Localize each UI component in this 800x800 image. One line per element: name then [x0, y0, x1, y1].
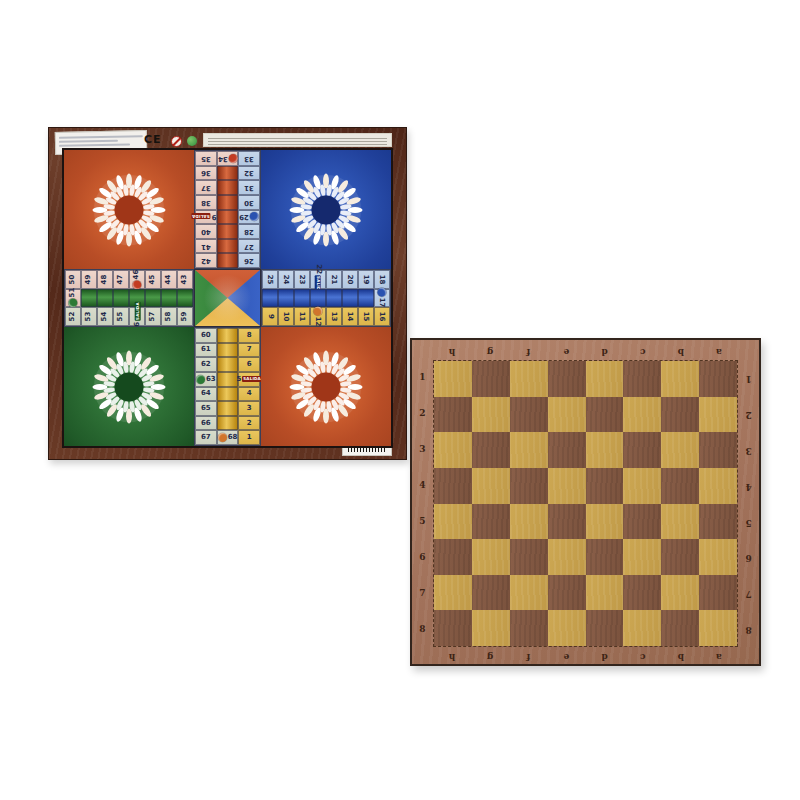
- parchis-home-cell[interactable]: [262, 289, 278, 308]
- cell-number: 3: [247, 405, 252, 412]
- parchis-home-cell[interactable]: [294, 289, 310, 308]
- parchis-home-cell[interactable]: [326, 289, 342, 308]
- cell-number: 48: [102, 274, 109, 284]
- green-dot-icon: [187, 136, 197, 146]
- file-label: h: [433, 649, 471, 661]
- chess-square-a6[interactable]: [699, 539, 737, 575]
- cell-number: 11: [299, 312, 306, 322]
- parchis-home-cell[interactable]: [113, 289, 129, 308]
- cell-number: 5: [236, 376, 241, 383]
- parchis-home-cell[interactable]: [177, 289, 193, 308]
- cell-number: 33: [244, 155, 254, 162]
- parchis-cell-28[interactable]: 28: [238, 224, 260, 239]
- cell-number: 38: [201, 199, 211, 206]
- parchis-cell-6[interactable]: 6: [238, 357, 260, 372]
- parchis-cell-67[interactable]: 67: [195, 430, 217, 445]
- chess-square-b5[interactable]: [661, 504, 699, 540]
- safe-circle: [378, 288, 387, 297]
- parchis-home-cell[interactable]: [342, 289, 358, 308]
- cell-number: 10: [283, 312, 290, 322]
- parchis-cell-2[interactable]: 2: [238, 416, 260, 431]
- parchis-cell-4[interactable]: 4: [238, 387, 260, 402]
- chess-square-a3[interactable]: [699, 432, 737, 468]
- parchis-home-cell[interactable]: [81, 289, 97, 308]
- chess-square-d4[interactable]: [586, 468, 624, 504]
- chess-square-b1[interactable]: [661, 361, 699, 397]
- parchis-cell-57[interactable]: 57: [145, 307, 161, 326]
- parchis-cell-12[interactable]: 12: [310, 307, 326, 326]
- salida-label: SALIDA: [191, 214, 211, 220]
- cell-number: 61: [201, 346, 211, 353]
- parchis-cell-16[interactable]: 16: [374, 307, 390, 326]
- cell-number: 42: [201, 257, 211, 264]
- safe-circle: [228, 154, 237, 163]
- cell-number: 41: [201, 243, 211, 250]
- cell-number: 13: [331, 312, 338, 322]
- chess-square-c5[interactable]: [623, 504, 661, 540]
- chess-square-b4[interactable]: [661, 468, 699, 504]
- chess-square-a1[interactable]: [699, 361, 737, 397]
- cell-number: 36: [201, 169, 211, 176]
- parchis-cell-44[interactable]: 44: [161, 270, 177, 289]
- file-label: g: [471, 344, 509, 356]
- chess-square-h5[interactable]: [434, 504, 472, 540]
- rank-label: 2: [417, 396, 428, 432]
- file-labels-top: abcdefgh: [433, 344, 738, 356]
- cell-number: 37: [201, 184, 211, 191]
- cell-number: 53: [86, 312, 93, 322]
- rank-label: 5: [417, 504, 428, 540]
- chess-square-c3[interactable]: [623, 432, 661, 468]
- parchis-cell-63[interactable]: 63: [195, 372, 217, 387]
- cell-number: 55: [118, 312, 125, 322]
- parchis-cell-47[interactable]: 47: [113, 270, 129, 289]
- chess-square-c2[interactable]: [623, 397, 661, 433]
- chess-square-a8[interactable]: [699, 610, 737, 646]
- chess-square-a5[interactable]: [699, 504, 737, 540]
- file-label: e: [547, 344, 585, 356]
- parchis-home-cell[interactable]: [217, 387, 239, 402]
- chess-square-b3[interactable]: [661, 432, 699, 468]
- cell-number: 21: [331, 274, 338, 284]
- chess-square-g2[interactable]: [472, 397, 510, 433]
- cell-number: 66: [201, 420, 211, 427]
- parchis-home-cell[interactable]: [278, 289, 294, 308]
- cell-number: 46: [134, 269, 141, 279]
- quadrant-top-right: [261, 150, 391, 269]
- arm-bottom: 608617626635SALIDA64465366267681: [194, 327, 261, 446]
- cell-number: 40: [201, 228, 211, 235]
- file-label: f: [509, 649, 547, 661]
- parchis-cell-22[interactable]: 22SALIDA: [310, 270, 326, 289]
- chess-square-d6[interactable]: [586, 539, 624, 575]
- cell-number: 6: [247, 361, 252, 368]
- chess-square-g8[interactable]: [472, 610, 510, 646]
- parchis-home-cell[interactable]: [358, 289, 374, 308]
- parchis-home-cell[interactable]: [97, 289, 113, 308]
- chess-square-f2[interactable]: [510, 397, 548, 433]
- cell-number: 24: [283, 274, 290, 284]
- rank-label: 5: [743, 504, 754, 540]
- file-label: d: [586, 649, 624, 661]
- salida-label: SALIDA: [134, 301, 140, 321]
- cell-number: 30: [244, 199, 254, 206]
- cell-number: 14: [347, 312, 354, 322]
- parchis-cell-24[interactable]: 24: [278, 270, 294, 289]
- rank-labels-right: 12345678: [743, 360, 754, 647]
- cell-number: 12: [315, 317, 322, 327]
- chess-square-f3[interactable]: [510, 432, 548, 468]
- chess-square-f4[interactable]: [510, 468, 548, 504]
- parchis-cell-59[interactable]: 59: [177, 307, 193, 326]
- rank-labels-left: 12345678: [417, 360, 428, 647]
- quadrant-bottom-right: [261, 327, 391, 446]
- center-triangle-yellow: [195, 270, 260, 326]
- chess-square-c1[interactable]: [623, 361, 661, 397]
- quadrant-bottom-left: [64, 327, 194, 446]
- chess-square-c4[interactable]: [623, 468, 661, 504]
- parchis-cell-5[interactable]: 5SALIDA: [238, 372, 260, 387]
- parchis-cell-65[interactable]: 65: [195, 401, 217, 416]
- parchis-center-home: [194, 269, 261, 327]
- parchis-cell-51[interactable]: 51: [65, 289, 81, 308]
- file-label: a: [700, 649, 738, 661]
- chess-square-d5[interactable]: [586, 504, 624, 540]
- rank-label: 3: [743, 432, 754, 468]
- parchis-cell-20[interactable]: 20: [342, 270, 358, 289]
- safe-circle: [218, 433, 227, 442]
- parchis-home-cell[interactable]: [145, 289, 161, 308]
- parchis-home-cell[interactable]: [217, 166, 239, 181]
- chess-square-d3[interactable]: [586, 432, 624, 468]
- file-label: h: [433, 344, 471, 356]
- chess-square-a7[interactable]: [699, 575, 737, 611]
- parchis-home-cell[interactable]: [217, 357, 239, 372]
- cell-number: 45: [150, 274, 157, 284]
- parchis-cell-39[interactable]: 39SALIDA: [195, 210, 217, 225]
- center-triangle-red: [195, 270, 260, 326]
- chess-square-e2[interactable]: [548, 397, 586, 433]
- parchis-cell-58[interactable]: 58: [161, 307, 177, 326]
- chess-square-d1[interactable]: [586, 361, 624, 397]
- rank-label: 6: [743, 539, 754, 575]
- chess-square-b8[interactable]: [661, 610, 699, 646]
- chess-square-h1[interactable]: [434, 361, 472, 397]
- rank-label: 7: [743, 575, 754, 611]
- center-triangle-blue: [195, 270, 260, 326]
- parchis-cell-10[interactable]: 10: [278, 307, 294, 326]
- cell-number: 19: [363, 274, 370, 284]
- parchis-home-cell[interactable]: [161, 289, 177, 308]
- file-label: c: [624, 649, 662, 661]
- parchis-board: CE 35343336323731383039SALIDA29402841274…: [48, 127, 407, 460]
- chess-square-g1[interactable]: [472, 361, 510, 397]
- chess-board: abcdefgh abcdefgh 12345678 12345678: [410, 338, 761, 666]
- cell-number: 44: [166, 274, 173, 284]
- chess-square-h4[interactable]: [434, 468, 472, 504]
- cell-number: 50: [70, 274, 77, 284]
- chess-square-f6[interactable]: [510, 539, 548, 575]
- parchis-home-cell[interactable]: [217, 372, 239, 387]
- chess-square-h7[interactable]: [434, 575, 472, 611]
- parchis-cell-35[interactable]: 35: [195, 151, 217, 166]
- chess-square-b6[interactable]: [661, 539, 699, 575]
- chess-square-e8[interactable]: [548, 610, 586, 646]
- chess-square-e6[interactable]: [548, 539, 586, 575]
- rank-label: 8: [743, 611, 754, 647]
- chess-square-f8[interactable]: [510, 610, 548, 646]
- arm-right: 25242322SALIDA2120191817910111213141516: [261, 269, 391, 327]
- chess-square-d8[interactable]: [586, 610, 624, 646]
- chess-square-h6[interactable]: [434, 539, 472, 575]
- parchis-cell-19[interactable]: 19: [358, 270, 374, 289]
- parchis-cell-3[interactable]: 3: [238, 401, 260, 416]
- chess-square-c7[interactable]: [623, 575, 661, 611]
- cell-number: 16: [379, 312, 386, 322]
- parchis-cell-42[interactable]: 42: [195, 253, 217, 268]
- parchis-cell-29[interactable]: 29: [238, 210, 260, 225]
- cell-number: 64: [201, 390, 211, 397]
- parchis-cell-11[interactable]: 11: [294, 307, 310, 326]
- cell-number: 47: [118, 274, 125, 284]
- cell-number: 4: [247, 390, 252, 397]
- parchis-cell-32[interactable]: 32: [238, 166, 260, 181]
- parchis-cell-40[interactable]: 40: [195, 224, 217, 239]
- cell-number: 62: [201, 361, 211, 368]
- parchis-home-cell[interactable]: [217, 343, 239, 358]
- chess-square-a2[interactable]: [699, 397, 737, 433]
- cell-number: 7: [247, 346, 252, 353]
- chess-square-e5[interactable]: [548, 504, 586, 540]
- cell-number: 32: [244, 169, 254, 176]
- parchis-cell-52[interactable]: 52: [65, 307, 81, 326]
- cell-number: 58: [166, 312, 173, 322]
- mandala-icon: [83, 166, 175, 254]
- cell-number: 35: [201, 155, 211, 162]
- parchis-cell-64[interactable]: 64: [195, 387, 217, 402]
- rank-label: 4: [417, 468, 428, 504]
- file-labels-bottom: abcdefgh: [433, 649, 738, 661]
- cell-number: 65: [201, 405, 211, 412]
- chess-square-g7[interactable]: [472, 575, 510, 611]
- parchis-cell-14[interactable]: 14: [342, 307, 358, 326]
- cell-number: 20: [347, 274, 354, 284]
- cell-number: 18: [379, 274, 386, 284]
- file-label: g: [471, 649, 509, 661]
- cell-number: 34: [218, 155, 228, 162]
- file-label: e: [547, 649, 585, 661]
- parchis-cell-50[interactable]: 50: [65, 270, 81, 289]
- parchis-cell-43[interactable]: 43: [177, 270, 193, 289]
- file-label: f: [509, 344, 547, 356]
- cell-number: 60: [201, 332, 211, 339]
- safe-circle: [314, 307, 323, 316]
- parchis-cell-49[interactable]: 49: [81, 270, 97, 289]
- parchis-cell-25[interactable]: 25: [262, 270, 278, 289]
- mandala-icon: [280, 343, 372, 431]
- parchis-cell-48[interactable]: 48: [97, 270, 113, 289]
- parchis-cell-21[interactable]: 21: [326, 270, 342, 289]
- parchis-cell-68[interactable]: 68: [217, 430, 239, 445]
- cell-number: 2: [247, 420, 252, 427]
- cell-number: 29: [239, 213, 249, 220]
- center-triangle-green: [195, 270, 260, 326]
- parchis-cell-1[interactable]: 1: [238, 430, 260, 445]
- parchis-home-cell[interactable]: [217, 210, 239, 225]
- parchis-home-cell[interactable]: [217, 239, 239, 254]
- parchis-cell-33[interactable]: 33: [238, 151, 260, 166]
- parchis-cell-23[interactable]: 23: [294, 270, 310, 289]
- parchis-cell-46[interactable]: 46: [129, 270, 145, 289]
- parchis-cell-26[interactable]: 26: [238, 253, 260, 268]
- cell-number: 43: [182, 274, 189, 284]
- cell-number: 9: [267, 314, 274, 319]
- rank-label: 2: [743, 396, 754, 432]
- parchis-cell-31[interactable]: 31: [238, 180, 260, 195]
- cell-number: 51: [70, 288, 77, 298]
- chess-playfield: [433, 360, 738, 647]
- chess-square-b7[interactable]: [661, 575, 699, 611]
- parchis-cell-27[interactable]: 27: [238, 239, 260, 254]
- cell-number: 15: [363, 312, 370, 322]
- parchis-cell-61[interactable]: 61: [195, 343, 217, 358]
- parchis-home-cell[interactable]: [217, 195, 239, 210]
- quadrant-top-left: [64, 150, 194, 269]
- file-label: b: [662, 344, 700, 356]
- chess-square-f7[interactable]: [510, 575, 548, 611]
- arm-left: 5049484746454443515253545556SALIDA575859: [64, 269, 194, 327]
- chess-square-e3[interactable]: [548, 432, 586, 468]
- parchis-cell-38[interactable]: 38: [195, 195, 217, 210]
- cell-number: 1: [247, 434, 252, 441]
- chess-square-d7[interactable]: [586, 575, 624, 611]
- parchis-playfield: 35343336323731383039SALIDA29402841274226…: [62, 148, 393, 448]
- file-label: c: [624, 344, 662, 356]
- parchis-cell-62[interactable]: 62: [195, 357, 217, 372]
- cell-number: 8: [247, 332, 252, 339]
- chess-square-f1[interactable]: [510, 361, 548, 397]
- file-label: b: [662, 649, 700, 661]
- chess-square-c6[interactable]: [623, 539, 661, 575]
- rank-label: 1: [743, 360, 754, 396]
- parchis-home-cell[interactable]: [217, 416, 239, 431]
- cell-number: 49: [86, 274, 93, 284]
- parchis-cell-17[interactable]: 17: [374, 289, 390, 308]
- ce-mark: CE: [144, 133, 162, 146]
- parchis-cell-13[interactable]: 13: [326, 307, 342, 326]
- cell-number: 28: [244, 228, 254, 235]
- rank-label: 4: [743, 468, 754, 504]
- chess-square-e7[interactable]: [548, 575, 586, 611]
- cell-number: 27: [244, 243, 254, 250]
- parchis-home-cell[interactable]: [217, 180, 239, 195]
- rank-label: 1: [417, 360, 428, 396]
- parchis-cell-37[interactable]: 37: [195, 180, 217, 195]
- mandala-icon: [83, 343, 175, 431]
- mandala-icon: [280, 166, 372, 254]
- parchis-cell-56[interactable]: 56SALIDA: [129, 307, 145, 326]
- cell-number: 22: [315, 264, 322, 274]
- parchis-cell-34[interactable]: 34: [217, 151, 239, 166]
- parchis-cell-18[interactable]: 18: [374, 270, 390, 289]
- cell-number: 67: [201, 434, 211, 441]
- cell-number: 59: [182, 312, 189, 322]
- chess-square-d2[interactable]: [586, 397, 624, 433]
- parchis-cell-55[interactable]: 55: [113, 307, 129, 326]
- cell-number: 31: [244, 184, 254, 191]
- parchis-cell-9[interactable]: 9: [262, 307, 278, 326]
- rank-label: 3: [417, 432, 428, 468]
- parchis-cell-7[interactable]: 7: [238, 343, 260, 358]
- cell-number: 25: [267, 274, 274, 284]
- parchis-cell-30[interactable]: 30: [238, 195, 260, 210]
- parchis-cell-66[interactable]: 66: [195, 416, 217, 431]
- parchis-cell-60[interactable]: 60: [195, 328, 217, 343]
- cell-number: 52: [70, 312, 77, 322]
- file-label: d: [586, 344, 624, 356]
- rank-label: 6: [417, 539, 428, 575]
- chess-square-h2[interactable]: [434, 397, 472, 433]
- parchis-cell-41[interactable]: 41: [195, 239, 217, 254]
- chess-square-e1[interactable]: [548, 361, 586, 397]
- age-warning-icon: [171, 136, 182, 147]
- cell-number: 26: [244, 257, 254, 264]
- safe-circle: [250, 212, 259, 221]
- parchis-home-cell[interactable]: [217, 328, 239, 343]
- parchis-home-cell[interactable]: [217, 401, 239, 416]
- chess-square-e4[interactable]: [548, 468, 586, 504]
- cell-number: 23: [299, 274, 306, 284]
- parchis-cell-53[interactable]: 53: [81, 307, 97, 326]
- rank-label: 8: [417, 611, 428, 647]
- parchis-home-cell[interactable]: [217, 253, 239, 268]
- file-label: a: [700, 344, 738, 356]
- parchis-cell-54[interactable]: 54: [97, 307, 113, 326]
- chess-square-g4[interactable]: [472, 468, 510, 504]
- chess-square-h3[interactable]: [434, 432, 472, 468]
- parchis-cell-8[interactable]: 8: [238, 328, 260, 343]
- parchis-cell-45[interactable]: 45: [145, 270, 161, 289]
- chess-square-a4[interactable]: [699, 468, 737, 504]
- chess-square-g6[interactable]: [472, 539, 510, 575]
- chess-square-g3[interactable]: [472, 432, 510, 468]
- cell-number: 57: [150, 312, 157, 322]
- chess-square-h8[interactable]: [434, 610, 472, 646]
- chess-square-c8[interactable]: [623, 610, 661, 646]
- parchis-home-cell[interactable]: [217, 224, 239, 239]
- cell-number: 68: [228, 434, 238, 441]
- cell-number: 63: [206, 376, 216, 383]
- parchis-cell-36[interactable]: 36: [195, 166, 217, 181]
- chess-square-g5[interactable]: [472, 504, 510, 540]
- chess-square-b2[interactable]: [661, 397, 699, 433]
- parchis-home-cell[interactable]: [310, 289, 326, 308]
- arm-top: 35343336323731383039SALIDA29402841274226: [194, 150, 261, 269]
- parchis-cell-15[interactable]: 15: [358, 307, 374, 326]
- info-strip: [203, 133, 392, 147]
- cell-number: 54: [102, 312, 109, 322]
- safe-circle: [196, 375, 205, 384]
- chess-square-f5[interactable]: [510, 504, 548, 540]
- salida-label: SALIDA: [242, 376, 262, 382]
- rank-label: 7: [417, 575, 428, 611]
